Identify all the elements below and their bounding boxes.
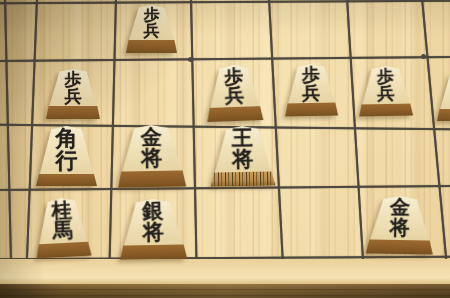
shogi-piece-8i[interactable]: 桂馬 xyxy=(34,197,92,259)
piece-base xyxy=(46,106,100,119)
piece-kanji: 将 xyxy=(390,218,410,238)
board-front-margin xyxy=(0,259,450,284)
piece-base xyxy=(207,106,263,122)
piece-base xyxy=(437,109,450,121)
piece-base-maker-signature xyxy=(211,171,275,186)
piece-base xyxy=(118,170,186,187)
shogi-piece-6g[interactable]: 歩兵 xyxy=(205,64,263,122)
piece-base xyxy=(359,104,413,117)
piece-face: 歩兵 xyxy=(46,69,100,106)
piece-kanji: 行 xyxy=(56,150,78,172)
piece-face: 歩兵 xyxy=(358,66,413,105)
shogi-piece-4g[interactable]: 歩兵 xyxy=(358,66,413,117)
piece-kanji: 将 xyxy=(232,149,253,170)
shogi-piece-4i[interactable]: 金将 xyxy=(366,195,434,254)
piece-base xyxy=(285,103,338,117)
piece-base xyxy=(36,174,97,186)
piece-base xyxy=(366,239,433,254)
piece-kanji: 馬 xyxy=(52,220,73,241)
piece-face: 角行 xyxy=(36,126,97,174)
piece-face: 歩兵 xyxy=(126,5,177,40)
board-front-edge xyxy=(0,284,450,298)
piece-base xyxy=(36,242,92,259)
piece-face: 歩兵 xyxy=(437,72,450,109)
piece-face: 歩兵 xyxy=(205,64,262,108)
piece-base xyxy=(120,244,187,259)
piece-face: 銀将 xyxy=(119,198,187,245)
piece-kanji: 歩 xyxy=(65,71,82,88)
star-point xyxy=(421,54,426,59)
shogi-piece-3g[interactable]: 歩兵 xyxy=(437,72,450,121)
shogi-board-photo: 歩兵歩兵歩兵歩兵歩兵歩兵角行金将王将桂馬銀将金将 xyxy=(0,0,450,298)
shogi-piece-8h[interactable]: 角行 xyxy=(36,126,97,186)
piece-face: 桂馬 xyxy=(34,197,91,245)
piece-face: 金将 xyxy=(117,124,186,171)
piece-kanji: 兵 xyxy=(65,88,82,105)
piece-kanji: 兵 xyxy=(225,86,245,105)
star-point xyxy=(188,57,193,62)
piece-kanji: 兵 xyxy=(144,23,160,39)
piece-kanji: 将 xyxy=(143,222,164,243)
shogi-piece-6h[interactable]: 王将 xyxy=(210,125,275,186)
piece-face: 王将 xyxy=(210,125,275,172)
piece-kanji: 将 xyxy=(141,148,162,169)
piece-kanji: 兵 xyxy=(302,83,320,101)
piece-face: 金将 xyxy=(366,195,434,240)
shogi-piece-7f[interactable]: 歩兵 xyxy=(126,5,177,53)
shogi-piece-8g[interactable]: 歩兵 xyxy=(46,69,100,119)
shogi-piece-7i[interactable]: 銀将 xyxy=(119,198,187,259)
piece-kanji: 兵 xyxy=(377,85,394,102)
piece-base xyxy=(126,40,177,53)
piece-face: 歩兵 xyxy=(284,64,338,104)
shogi-piece-7h[interactable]: 金将 xyxy=(117,124,186,187)
shogi-piece-5g[interactable]: 歩兵 xyxy=(284,64,338,117)
